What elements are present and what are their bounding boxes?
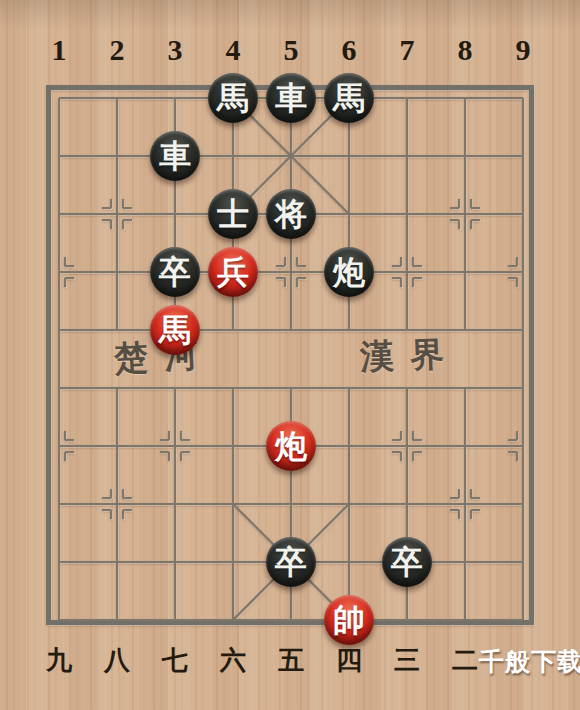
bottom-label-5: 五 [278,643,304,678]
top-label-9: 9 [516,33,531,67]
piece-black[interactable]: 馬 [324,73,374,123]
piece-black[interactable]: 卒 [266,537,316,587]
top-label-1: 1 [52,33,67,67]
top-label-5: 5 [284,33,299,67]
watermark: 千般下载 [479,645,580,678]
piece-black[interactable]: 士 [208,189,258,239]
piece-black[interactable]: 卒 [150,247,200,297]
top-label-3: 3 [168,33,183,67]
piece-red[interactable]: 炮 [266,421,316,471]
top-label-8: 8 [458,33,473,67]
piece-red[interactable]: 帥 [324,595,374,645]
bottom-label-8: 二 [452,643,478,678]
top-label-2: 2 [110,33,125,67]
top-label-4: 4 [226,33,241,67]
bottom-label-1: 九 [46,643,72,678]
bottom-label-6: 四 [336,643,362,678]
piece-black[interactable]: 馬 [208,73,258,123]
bottom-label-7: 三 [394,643,420,678]
bottom-label-2: 八 [104,643,130,678]
piece-red[interactable]: 兵 [208,247,258,297]
top-label-7: 7 [400,33,415,67]
piece-black[interactable]: 炮 [324,247,374,297]
piece-black[interactable]: 車 [150,131,200,181]
river-label-right: 漢界 [351,331,461,381]
top-label-6: 6 [342,33,357,67]
piece-black[interactable]: 将 [266,189,316,239]
piece-black[interactable]: 卒 [382,537,432,587]
bottom-label-3: 七 [162,643,188,678]
bottom-label-4: 六 [220,643,246,678]
xiangqi-board: 123456789 楚河 漢界 馬車馬車士将卒兵炮馬炮卒卒帥 九八七六五四三二 … [0,0,580,710]
piece-red[interactable]: 馬 [150,305,200,355]
piece-black[interactable]: 車 [266,73,316,123]
